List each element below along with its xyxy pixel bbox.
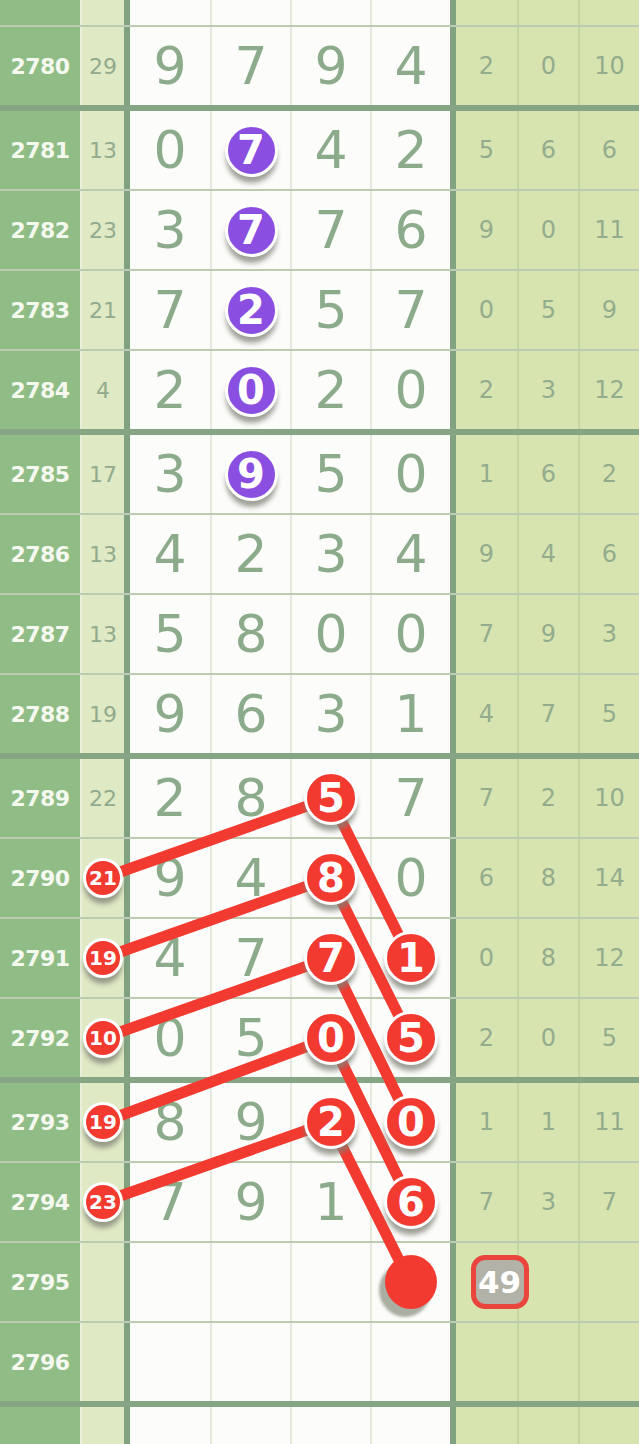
- digit-cell-3[interactable]: 0: [290, 999, 370, 1077]
- digit-cell-3[interactable]: 2: [290, 1083, 370, 1161]
- row-2781: 2781130742566: [0, 111, 639, 189]
- digit-cell-1[interactable]: 7: [130, 271, 210, 349]
- digit-value: 4: [153, 928, 186, 988]
- period-cell: 2794: [0, 1163, 80, 1241]
- digit-cell-3[interactable]: 2: [290, 351, 370, 429]
- digit-cell-3[interactable]: 8: [290, 839, 370, 917]
- stat-value: 11: [594, 216, 625, 244]
- digit-cell-4[interactable]: 0: [370, 1083, 450, 1161]
- stat-cell-2[interactable]: 6: [517, 111, 578, 189]
- stat-cell-3[interactable]: [578, 1407, 639, 1444]
- digit-cell-3[interactable]: 0: [290, 595, 370, 673]
- digit-cell-4[interactable]: 2: [370, 111, 450, 189]
- digit-cell-1[interactable]: 1: [130, 0, 210, 25]
- sum-cell: 22: [82, 759, 124, 837]
- period-cell: [0, 1407, 80, 1444]
- digit-cell-4[interactable]: 0: [370, 595, 450, 673]
- digit-value: 5: [153, 604, 186, 664]
- stat-cell-1[interactable]: 49: [456, 1243, 517, 1321]
- digit-value: 4: [314, 120, 347, 180]
- stat-cell-1[interactable]: 0: [456, 271, 517, 349]
- digit-cell-4[interactable]: 6: [370, 1163, 450, 1241]
- digit-value: 9: [153, 684, 186, 744]
- stat-value: 9: [479, 540, 494, 568]
- digit-cell-1[interactable]: 0: [130, 111, 210, 189]
- stat-value: 3: [541, 1188, 556, 1216]
- period-cell: 2782: [0, 191, 80, 269]
- digit-cell-2[interactable]: 8: [210, 595, 290, 673]
- digit-cell-2[interactable]: [210, 1407, 290, 1444]
- sum-value: 13: [89, 622, 117, 647]
- sum-value: 13: [89, 542, 117, 567]
- period-label: 2794: [10, 1190, 69, 1215]
- digit-cell-2[interactable]: 6: [210, 675, 290, 753]
- red-circle-digit: 5: [304, 771, 358, 825]
- period-label: 2796: [10, 1350, 69, 1375]
- stat-value: 6: [479, 864, 494, 892]
- stat-value: 5: [479, 136, 494, 164]
- row-2780: 27802997942010: [0, 27, 639, 105]
- digit-cell-3[interactable]: 9: [290, 27, 370, 105]
- row-2786: 2786134234946: [0, 515, 639, 593]
- digit-cell-1[interactable]: 4: [130, 919, 210, 997]
- digit-value: 4: [394, 524, 427, 584]
- sum-value: 17: [89, 462, 117, 487]
- row-partial-bottom: [0, 1407, 639, 1444]
- stat-cell-2[interactable]: 5: [517, 271, 578, 349]
- digit-cell-3[interactable]: 7: [290, 919, 370, 997]
- digit-value: 1: [314, 1172, 347, 1232]
- digit-cell-3[interactable]: 3: [290, 675, 370, 753]
- digit-value: 5: [314, 444, 347, 504]
- digit-value: 8: [234, 604, 267, 664]
- digit-cell-4[interactable]: 0: [370, 0, 450, 25]
- digit-value: 7: [153, 1172, 186, 1232]
- stat-cell-3[interactable]: 5: [578, 999, 639, 1077]
- red-circle-sum: 23: [83, 1182, 123, 1222]
- period-cell: 2783: [0, 271, 80, 349]
- digit-cell-3[interactable]: 5: [290, 271, 370, 349]
- stat-cell-3[interactable]: 2: [578, 435, 639, 513]
- period-cell: 2789: [0, 759, 80, 837]
- digit-value: 3: [314, 524, 347, 584]
- stat-cell-2[interactable]: 1: [517, 1083, 578, 1161]
- period-label: 2784: [10, 378, 69, 403]
- purple-circle-digit: 7: [225, 204, 278, 257]
- digit-value: 0: [394, 360, 427, 420]
- digit-value: 0: [153, 120, 186, 180]
- stat-cell-1[interactable]: 2: [456, 999, 517, 1077]
- stat-value: 0: [479, 296, 494, 324]
- period-cell: 2792: [0, 999, 80, 1077]
- stat-value: 2: [602, 460, 617, 488]
- stat-value: 12: [594, 944, 625, 972]
- stat-cell-2[interactable]: 6: [517, 435, 578, 513]
- digit-value: 7: [234, 36, 267, 96]
- digit-value: 9: [234, 1092, 267, 1152]
- red-circle-sum: 10: [83, 1018, 123, 1058]
- digit-value: 9: [314, 36, 347, 96]
- digit-cell-2[interactable]: 2: [210, 271, 290, 349]
- digit-cell-3[interactable]: [290, 1243, 370, 1321]
- sum-cell: 13: [82, 595, 124, 673]
- stat-cell-1[interactable]: 6: [456, 839, 517, 917]
- period-label: 2788: [10, 702, 69, 727]
- red-circle-digit: 6: [384, 1175, 438, 1229]
- red-circle-digit: 5: [384, 1011, 438, 1065]
- row-2793: 27931989201111: [0, 1083, 639, 1161]
- stat-value: 12: [594, 376, 625, 404]
- period-cell: 2784: [0, 351, 80, 429]
- stat-cell-1[interactable]: 4: [456, 675, 517, 753]
- stat-value: 0: [541, 216, 556, 244]
- sum-cell: 17: [82, 435, 124, 513]
- digit-cell-2[interactable]: 9: [210, 435, 290, 513]
- row-2787: 2787135800793: [0, 595, 639, 673]
- stat-cell-1[interactable]: 1: [456, 1083, 517, 1161]
- stat-cell-1[interactable]: 7: [456, 595, 517, 673]
- sum-value: 13: [89, 138, 117, 163]
- stat-cell-3[interactable]: 14: [578, 839, 639, 917]
- digit-value: 0: [394, 444, 427, 504]
- digit-cell-4[interactable]: 0: [370, 351, 450, 429]
- digit-value: 8: [234, 768, 267, 828]
- digit-value: 7: [394, 768, 427, 828]
- digit-cell-4[interactable]: 4: [370, 27, 450, 105]
- period-cell: 2781: [0, 111, 80, 189]
- period-cell: 2791: [0, 919, 80, 997]
- period-label: 2786: [10, 542, 69, 567]
- stat-cell-3[interactable]: 10: [578, 759, 639, 837]
- stat-cell-2[interactable]: 0: [517, 999, 578, 1077]
- row-2785: 2785173950162: [0, 435, 639, 513]
- stat-cell-3[interactable]: 6: [578, 111, 639, 189]
- digit-cell-2[interactable]: 0: [210, 0, 290, 25]
- digit-value: 7: [234, 928, 267, 988]
- stat-cell-2[interactable]: 2: [517, 759, 578, 837]
- purple-circle-digit: 9: [225, 448, 278, 501]
- digit-value: 0: [372, 0, 450, 8]
- period-label: 2783: [10, 298, 69, 323]
- period-cell: 2785: [0, 435, 80, 513]
- digit-cell-2[interactable]: 7: [210, 27, 290, 105]
- period-cell: 2780: [0, 27, 80, 105]
- stat-value: 10: [594, 52, 625, 80]
- purple-circle-digit: 2: [225, 284, 278, 337]
- digit-cell-2[interactable]: 9: [210, 1163, 290, 1241]
- stat-cell-1[interactable]: 9: [456, 191, 517, 269]
- stat-cell-3[interactable]: [578, 0, 639, 25]
- stat-cell-3[interactable]: 7: [578, 1163, 639, 1241]
- red-circle-digit: 2: [304, 1095, 358, 1149]
- stat-cell-2[interactable]: 3: [517, 351, 578, 429]
- digit-cell-2[interactable]: 5: [210, 999, 290, 1077]
- sum-value: 19: [89, 702, 117, 727]
- digit-value: 9: [234, 1172, 267, 1232]
- digit-cell-3[interactable]: 0: [290, 0, 370, 25]
- stat-cell-2[interactable]: 7: [517, 675, 578, 753]
- stat-value: 5: [602, 700, 617, 728]
- digit-value: 0: [394, 604, 427, 664]
- period-label: 2787: [10, 622, 69, 647]
- digit-cell-4[interactable]: 0: [370, 839, 450, 917]
- row-2796: 2796: [0, 1323, 639, 1401]
- sum-cell: [82, 1323, 124, 1401]
- stat-cell-1[interactable]: 1: [456, 435, 517, 513]
- digit-value: 1: [394, 684, 427, 744]
- stat-cell-2[interactable]: 0: [517, 27, 578, 105]
- digit-cell-1[interactable]: 4: [130, 515, 210, 593]
- stat-cell-2[interactable]: 3: [517, 1163, 578, 1241]
- digit-cell-4[interactable]: 5: [370, 999, 450, 1077]
- stat-cell-1[interactable]: 2: [456, 351, 517, 429]
- digit-cell-4[interactable]: [370, 1407, 450, 1444]
- digit-value: 2: [394, 120, 427, 180]
- sum-value: 23: [89, 218, 117, 243]
- result-highlight-box[interactable]: 49: [471, 1255, 529, 1309]
- stat-value: 4: [541, 540, 556, 568]
- period-label: 2791: [10, 946, 69, 971]
- stat-value: 3: [602, 620, 617, 648]
- digit-cell-4[interactable]: 7: [370, 759, 450, 837]
- digit-cell-1[interactable]: [130, 1323, 210, 1401]
- sum-cell: 23: [82, 1163, 124, 1241]
- sum-cell: 19: [82, 919, 124, 997]
- period-label: 2785: [10, 462, 69, 487]
- digit-cell-1[interactable]: 9: [130, 675, 210, 753]
- sum-cell: 29: [82, 27, 124, 105]
- digit-cell-4[interactable]: 1: [370, 919, 450, 997]
- digit-cell-4[interactable]: 4: [370, 515, 450, 593]
- stat-value: 8: [541, 944, 556, 972]
- stat-cell-1[interactable]: 0: [456, 919, 517, 997]
- stat-cell-3[interactable]: 11: [578, 191, 639, 269]
- digit-cell-2[interactable]: 0: [210, 351, 290, 429]
- sum-cell: 19: [82, 675, 124, 753]
- digit-cell-4[interactable]: 0: [370, 435, 450, 513]
- digit-cell-3[interactable]: 5: [290, 759, 370, 837]
- stat-value: 6: [541, 136, 556, 164]
- red-circle-sum: 19: [83, 1102, 123, 1142]
- stat-cell-2[interactable]: [517, 1323, 578, 1401]
- row-2792: 2792100505205: [0, 999, 639, 1077]
- period-cell: 2795: [0, 1243, 80, 1321]
- digit-cell-2[interactable]: 7: [210, 191, 290, 269]
- stat-cell-3[interactable]: [578, 1243, 639, 1321]
- digit-cell-4[interactable]: 1: [370, 675, 450, 753]
- stat-value: 14: [594, 864, 625, 892]
- digit-cell-3[interactable]: 5: [290, 435, 370, 513]
- digit-value: 2: [314, 360, 347, 420]
- digit-cell-3[interactable]: 1: [290, 1163, 370, 1241]
- digit-value: 8: [153, 1092, 186, 1152]
- sum-cell: 10: [82, 999, 124, 1077]
- digit-cell-1[interactable]: 3: [130, 191, 210, 269]
- stat-value: 0: [479, 944, 494, 972]
- row-2782: 27822337769011: [0, 191, 639, 269]
- stat-value: 7: [602, 1188, 617, 1216]
- digit-value: 2: [234, 524, 267, 584]
- digit-value: 6: [394, 200, 427, 260]
- digit-cell-2[interactable]: [210, 1323, 290, 1401]
- stat-value: 2: [479, 52, 494, 80]
- digit-value: 7: [394, 280, 427, 340]
- digit-value: 5: [234, 1008, 267, 1068]
- period-cell: 2786: [0, 515, 80, 593]
- digit-cell-4[interactable]: 6: [370, 191, 450, 269]
- digit-value: 0: [314, 604, 347, 664]
- stat-cell-2[interactable]: 8: [517, 839, 578, 917]
- stat-cell-2[interactable]: 8: [517, 919, 578, 997]
- digit-cell-1[interactable]: [130, 1243, 210, 1321]
- stat-value: 9: [541, 620, 556, 648]
- digit-value: 9: [153, 36, 186, 96]
- period-cell: 2796: [0, 1323, 80, 1401]
- digit-cell-4[interactable]: [370, 1243, 450, 1321]
- digit-value: 0: [394, 848, 427, 908]
- stat-value: 6: [602, 136, 617, 164]
- digit-cell-3[interactable]: [290, 1323, 370, 1401]
- period-label: 2782: [10, 218, 69, 243]
- stat-value: 4: [479, 700, 494, 728]
- stat-cell-1[interactable]: 5: [456, 111, 517, 189]
- stat-cell-3[interactable]: 11: [578, 1083, 639, 1161]
- sum-cell: 13: [82, 515, 124, 593]
- stat-value: 7: [541, 700, 556, 728]
- stat-cell-2[interactable]: 9: [517, 595, 578, 673]
- stat-cell-2[interactable]: 4: [517, 515, 578, 593]
- stat-cell-3[interactable]: 5: [578, 675, 639, 753]
- lottery-trend-board: 1000278029979420102781130742566278223377…: [0, 0, 639, 1444]
- stat-cell-3[interactable]: 10: [578, 27, 639, 105]
- digit-cell-1[interactable]: 2: [130, 351, 210, 429]
- digit-cell-2[interactable]: 4: [210, 839, 290, 917]
- sum-value: 4: [96, 378, 110, 403]
- row-partial-top: 1000: [0, 0, 639, 25]
- stat-cell-3[interactable]: 3: [578, 595, 639, 673]
- purple-circle-digit: 0: [225, 364, 278, 417]
- red-circle-sum: 19: [83, 938, 123, 978]
- red-circle-digit: 7: [304, 931, 358, 985]
- period-cell: 2788: [0, 675, 80, 753]
- digit-value: 0: [153, 1008, 186, 1068]
- digit-cell-4[interactable]: [370, 1323, 450, 1401]
- digit-cell-1[interactable]: 8: [130, 1083, 210, 1161]
- row-2790: 27902194806814: [0, 839, 639, 917]
- stat-cell-1[interactable]: [456, 1407, 517, 1444]
- digit-value: 5: [314, 280, 347, 340]
- row-2791: 27911947710812: [0, 919, 639, 997]
- digit-cell-3[interactable]: [290, 1407, 370, 1444]
- digit-cell-1[interactable]: 7: [130, 1163, 210, 1241]
- digit-cell-1[interactable]: 0: [130, 999, 210, 1077]
- stat-value: 10: [594, 784, 625, 812]
- sum-cell: 21: [82, 839, 124, 917]
- digit-cell-2[interactable]: 8: [210, 759, 290, 837]
- stat-value: 1: [479, 1108, 494, 1136]
- digit-cell-4[interactable]: 7: [370, 271, 450, 349]
- digit-value: 3: [314, 684, 347, 744]
- row-2784: 2784420202312: [0, 351, 639, 429]
- stat-cell-3[interactable]: 6: [578, 515, 639, 593]
- stat-value: 2: [541, 784, 556, 812]
- digit-cell-3[interactable]: 4: [290, 111, 370, 189]
- stat-cell-3[interactable]: [578, 1323, 639, 1401]
- digit-value: 9: [153, 848, 186, 908]
- sum-cell: 19: [82, 1083, 124, 1161]
- stat-cell-2[interactable]: [517, 1407, 578, 1444]
- digit-cell-1[interactable]: 5: [130, 595, 210, 673]
- digit-cell-3[interactable]: 7: [290, 191, 370, 269]
- period-label: 2789: [10, 786, 69, 811]
- digit-cell-2[interactable]: 7: [210, 919, 290, 997]
- stat-value: 5: [602, 1024, 617, 1052]
- sum-cell: 21: [82, 271, 124, 349]
- digit-cell-2[interactable]: 9: [210, 1083, 290, 1161]
- digit-value: 1: [130, 0, 210, 8]
- sum-cell: [82, 1243, 124, 1321]
- digit-value: 4: [394, 36, 427, 96]
- stat-cell-3[interactable]: 12: [578, 351, 639, 429]
- digit-cell-1[interactable]: 9: [130, 27, 210, 105]
- digit-cell-1[interactable]: 9: [130, 839, 210, 917]
- stat-value: 2: [479, 376, 494, 404]
- digit-cell-2[interactable]: 7: [210, 111, 290, 189]
- period-label: 2793: [10, 1110, 69, 1135]
- stat-cell-3[interactable]: 9: [578, 271, 639, 349]
- digit-value: 4: [234, 848, 267, 908]
- stat-value: 1: [541, 1108, 556, 1136]
- stat-cell-1[interactable]: [456, 1323, 517, 1401]
- stat-cell-1[interactable]: [456, 0, 517, 25]
- stat-value: 0: [541, 1024, 556, 1052]
- stat-cell-3[interactable]: 12: [578, 919, 639, 997]
- red-dot: [385, 1255, 437, 1309]
- stat-cell-1[interactable]: 7: [456, 759, 517, 837]
- period-label: 2792: [10, 1026, 69, 1051]
- stat-value: 0: [541, 52, 556, 80]
- digit-cell-1[interactable]: [130, 1407, 210, 1444]
- digit-cell-1[interactable]: 2: [130, 759, 210, 837]
- stat-cell-2[interactable]: 0: [517, 191, 578, 269]
- row-2795: 279549: [0, 1243, 639, 1321]
- stat-value: 6: [602, 540, 617, 568]
- digit-value: 3: [153, 200, 186, 260]
- stat-value: 7: [479, 784, 494, 812]
- stat-cell-2[interactable]: [517, 0, 578, 25]
- stat-value: 6: [541, 460, 556, 488]
- red-circle-digit: 8: [304, 851, 358, 905]
- red-circle-digit: 0: [304, 1011, 358, 1065]
- sum-cell: [82, 0, 124, 25]
- stat-cell-1[interactable]: 9: [456, 515, 517, 593]
- digit-cell-1[interactable]: 3: [130, 435, 210, 513]
- digit-value: 6: [234, 684, 267, 744]
- digit-value: 3: [153, 444, 186, 504]
- stat-value: 7: [479, 620, 494, 648]
- digit-cell-2[interactable]: 2: [210, 515, 290, 593]
- digit-cell-3[interactable]: 3: [290, 515, 370, 593]
- digit-value: 0: [292, 0, 370, 8]
- row-2788: 2788199631475: [0, 675, 639, 753]
- digit-cell-2[interactable]: [210, 1243, 290, 1321]
- stat-cell-1[interactable]: 2: [456, 27, 517, 105]
- stat-cell-1[interactable]: 7: [456, 1163, 517, 1241]
- sum-value: 22: [89, 786, 117, 811]
- row-2794: 2794237916737: [0, 1163, 639, 1241]
- period-cell: 2793: [0, 1083, 80, 1161]
- sum-cell: 13: [82, 111, 124, 189]
